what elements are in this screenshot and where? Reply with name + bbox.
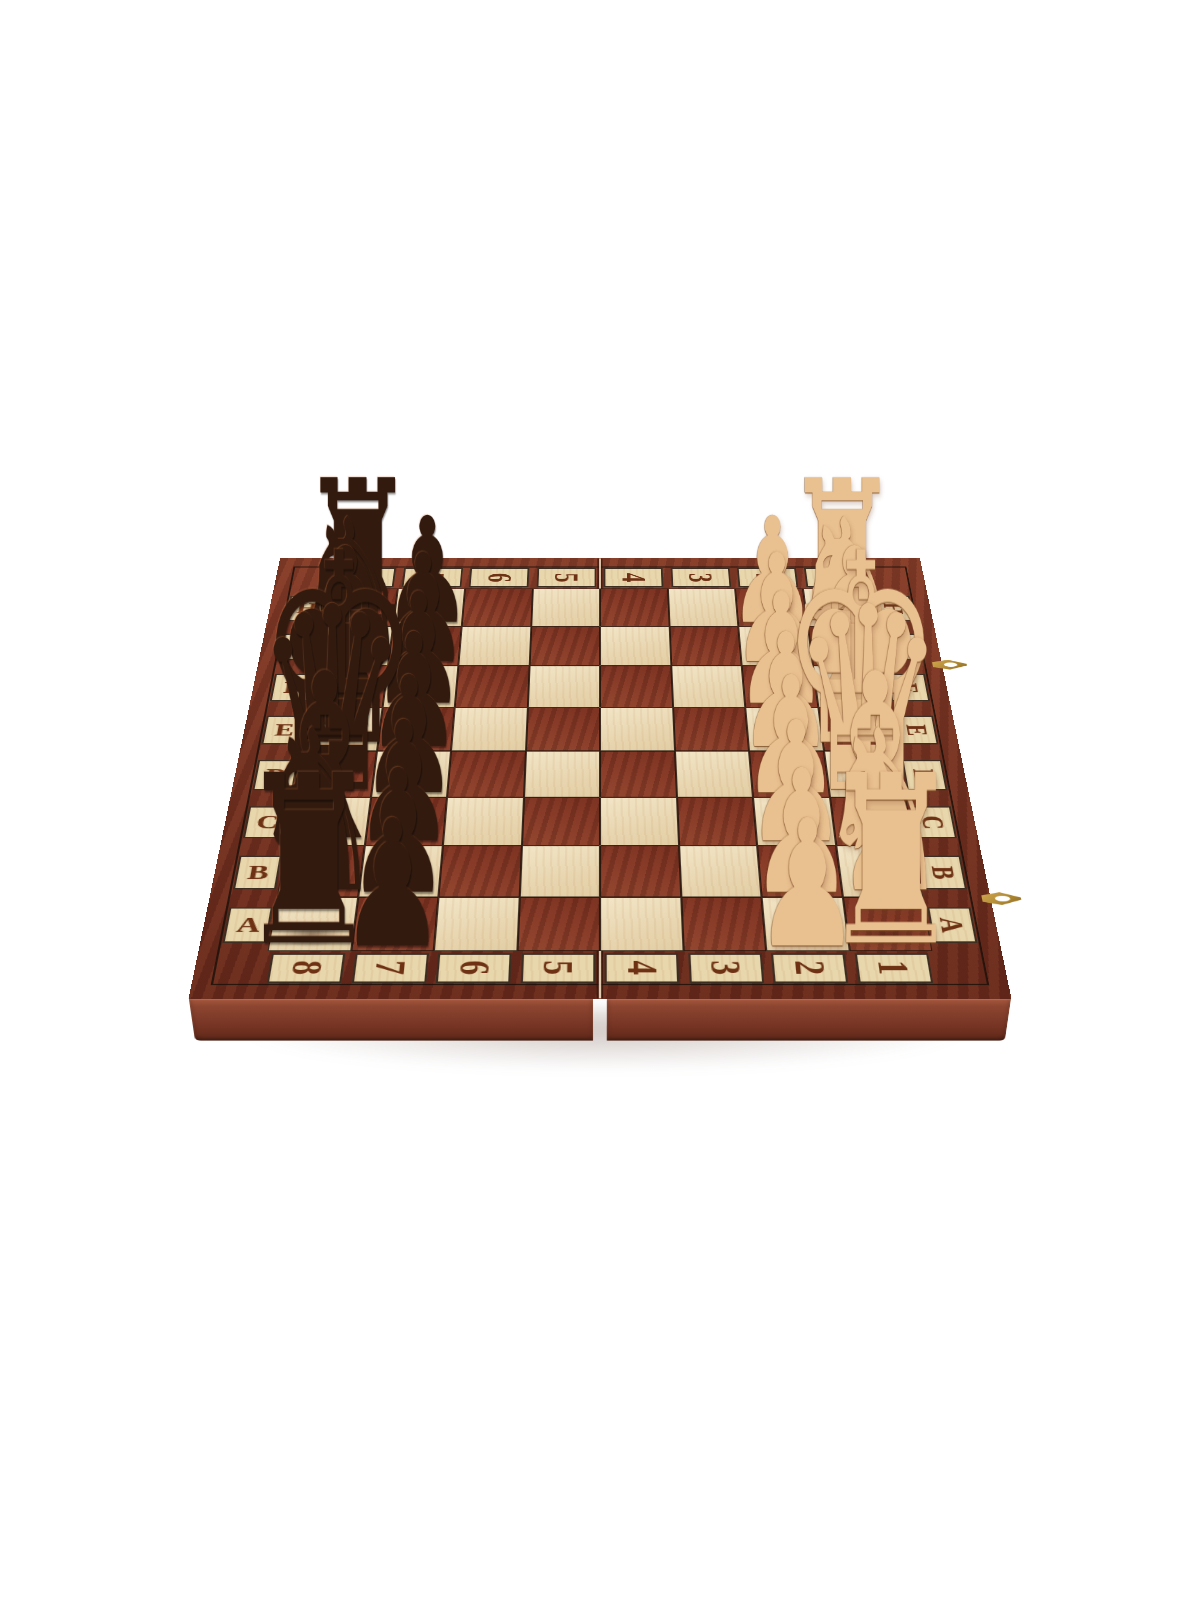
square-a6 (434, 897, 519, 951)
near-rank-label: 6 (449, 961, 499, 975)
frame-corner (932, 951, 1011, 999)
board-front-edge-left (189, 998, 594, 1041)
white-rook-a1: ♜ (819, 745, 962, 979)
near-rank-label-cell: 3 (683, 951, 770, 999)
rank-label-chip: 4 (604, 568, 663, 587)
square-b4 (600, 846, 681, 897)
near-rank-label: 7 (365, 961, 416, 975)
square-c6 (443, 797, 524, 846)
product-photo: 87654321H♜♟♟♜HG♞♟♟♞GF♝♟♟♝FE♚♟♟♚ED♛♟♟♛DC♝… (0, 0, 1200, 1600)
square-h6 (462, 588, 533, 626)
near-rank-label-cell: 2 (766, 951, 855, 999)
board-scene: 87654321H♜♟♟♜HG♞♟♟♞GF♝♟♟♝FE♚♟♟♚ED♛♟♟♛DC♝… (240, 391, 960, 1111)
square-f5 (527, 666, 600, 708)
near-rank-label: 2 (784, 961, 835, 975)
far-rank-label-cell: 6 (465, 558, 534, 588)
square-g5 (529, 626, 600, 666)
square-c4 (600, 797, 679, 846)
black-pawn-a7: ♟ (338, 796, 445, 972)
board-front-edge-right (607, 998, 1012, 1041)
square-e6 (451, 707, 527, 751)
rank-label-chip: 6 (469, 568, 529, 587)
near-rank-label: 3 (701, 961, 751, 975)
frame-corner (189, 951, 268, 999)
square-c5 (521, 797, 600, 846)
square-h4 (600, 588, 669, 626)
square-g4 (600, 626, 671, 666)
near-rank-label: 8 (281, 961, 333, 975)
square-h5 (531, 588, 600, 626)
near-rank-label-cell: 4 (600, 951, 685, 999)
square-a1: ♜ (842, 897, 932, 951)
square-d5 (524, 751, 600, 797)
square-e5 (526, 707, 601, 751)
far-rank-label-cell: 5 (532, 558, 600, 588)
square-f4 (600, 666, 673, 708)
near-rank-label: 4 (617, 961, 667, 975)
rank-label-chip: 5 (537, 568, 596, 587)
rank-label-chip: 8 (267, 953, 345, 983)
square-a4 (600, 897, 683, 951)
far-rank-label: 5 (547, 573, 587, 582)
near-rank-label-cell: 1 (849, 951, 940, 999)
near-rank-label: 1 (868, 961, 920, 975)
square-d4 (600, 751, 676, 797)
square-b5 (519, 846, 600, 897)
rank-label-chip: 2 (771, 953, 848, 983)
rank-label-chip: 3 (671, 568, 731, 587)
square-f6 (455, 666, 529, 708)
far-rank-label: 7 (412, 573, 453, 582)
square-b6 (438, 846, 521, 897)
far-rank-label: 2 (747, 573, 788, 582)
rank-label-chip: 4 (605, 953, 679, 983)
near-rank-label-cell: 8 (259, 951, 350, 999)
rank-label-chip: 3 (688, 953, 764, 983)
near-rank-label-cell: 7 (345, 951, 434, 999)
square-d6 (447, 751, 525, 797)
chess-board: 87654321H♜♟♟♜HG♞♟♟♞GF♝♟♟♝FE♚♟♟♚ED♛♟♟♛DC♝… (189, 558, 1012, 998)
far-rank-label-cell: 4 (600, 558, 668, 588)
square-a7: ♟ (351, 897, 439, 951)
far-rank-label: 3 (681, 573, 721, 582)
rank-label-chip: 6 (436, 953, 512, 983)
near-rank-label-cell: 6 (430, 951, 517, 999)
square-g6 (458, 626, 531, 666)
square-a5 (517, 897, 600, 951)
far-rank-label: 6 (479, 573, 519, 582)
rank-label-chip: 7 (352, 953, 429, 983)
square-e4 (600, 707, 675, 751)
rank-label-chip: 1 (855, 953, 933, 983)
near-rank-label-cell: 5 (515, 951, 600, 999)
far-rank-label-cell: 3 (666, 558, 735, 588)
near-rank-label: 5 (533, 961, 583, 975)
rank-label-chip: 5 (521, 953, 595, 983)
far-rank-label: 4 (614, 573, 654, 582)
